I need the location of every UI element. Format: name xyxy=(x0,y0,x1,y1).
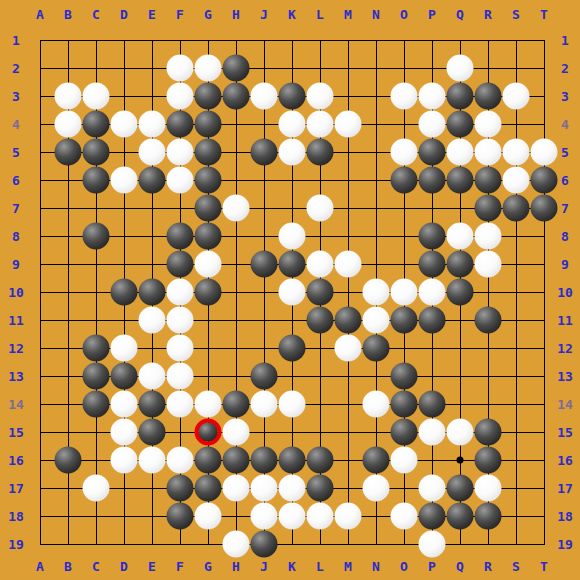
stone-white-N14 xyxy=(363,391,390,418)
row-label-left-12: 12 xyxy=(8,341,24,356)
row-label-right-16: 16 xyxy=(557,453,573,468)
row-label-right-12: 12 xyxy=(557,341,573,356)
col-label-bottom-F: F xyxy=(176,559,184,574)
stone-white-F3 xyxy=(167,83,194,110)
col-label-bottom-N: N xyxy=(372,559,380,574)
stone-black-G17 xyxy=(195,475,222,502)
stone-black-J13 xyxy=(251,363,278,390)
col-label-bottom-T: T xyxy=(540,559,548,574)
row-label-left-2: 2 xyxy=(12,61,20,76)
stone-black-T7 xyxy=(531,195,558,222)
stone-white-L4 xyxy=(307,111,334,138)
stone-black-L16 xyxy=(307,447,334,474)
stone-white-H15 xyxy=(223,419,250,446)
stone-black-B16 xyxy=(55,447,82,474)
stone-black-G10 xyxy=(195,279,222,306)
stone-white-S6 xyxy=(503,167,530,194)
stone-black-Q6 xyxy=(447,167,474,194)
row-label-left-16: 16 xyxy=(8,453,24,468)
stone-white-F10 xyxy=(167,279,194,306)
col-label-top-J: J xyxy=(260,7,268,22)
stone-white-D4 xyxy=(111,111,138,138)
stone-black-C12 xyxy=(83,335,110,362)
grid-line-horizontal xyxy=(40,320,545,321)
stone-black-O6 xyxy=(391,167,418,194)
stone-white-M12 xyxy=(335,335,362,362)
col-label-top-N: N xyxy=(372,7,380,22)
grid-line-vertical xyxy=(516,40,517,545)
row-label-left-17: 17 xyxy=(8,481,24,496)
stone-black-J5 xyxy=(251,139,278,166)
stone-black-F17 xyxy=(167,475,194,502)
col-label-top-G: G xyxy=(204,7,212,22)
stone-white-D6 xyxy=(111,167,138,194)
stone-black-H2 xyxy=(223,55,250,82)
stone-black-E6 xyxy=(139,167,166,194)
row-label-left-3: 3 xyxy=(12,89,20,104)
stone-black-Q4 xyxy=(447,111,474,138)
stone-white-R5 xyxy=(475,139,502,166)
row-label-left-9: 9 xyxy=(12,257,20,272)
stone-white-O5 xyxy=(391,139,418,166)
stone-black-H3 xyxy=(223,83,250,110)
stone-black-C5 xyxy=(83,139,110,166)
row-label-left-15: 15 xyxy=(8,425,24,440)
stone-black-M11 xyxy=(335,307,362,334)
stone-white-K10 xyxy=(279,279,306,306)
row-label-left-8: 8 xyxy=(12,229,20,244)
stone-black-D13 xyxy=(111,363,138,390)
stone-white-H17 xyxy=(223,475,250,502)
stone-white-R9 xyxy=(475,251,502,278)
stone-black-G16 xyxy=(195,447,222,474)
stone-white-F6 xyxy=(167,167,194,194)
row-label-right-5: 5 xyxy=(561,145,569,160)
stone-white-G14 xyxy=(195,391,222,418)
stone-white-D14 xyxy=(111,391,138,418)
stone-black-G4 xyxy=(195,111,222,138)
stone-black-G8 xyxy=(195,223,222,250)
col-label-top-Q: Q xyxy=(456,7,464,22)
col-label-bottom-D: D xyxy=(120,559,128,574)
row-label-left-4: 4 xyxy=(12,117,20,132)
row-label-left-1: 1 xyxy=(12,33,20,48)
stone-white-R4 xyxy=(475,111,502,138)
stone-black-B5 xyxy=(55,139,82,166)
stone-black-F9 xyxy=(167,251,194,278)
stone-black-R6 xyxy=(475,167,502,194)
stone-white-E4 xyxy=(139,111,166,138)
stone-white-J3 xyxy=(251,83,278,110)
stone-white-O18 xyxy=(391,503,418,530)
stone-white-K18 xyxy=(279,503,306,530)
stone-white-S3 xyxy=(503,83,530,110)
stone-white-M9 xyxy=(335,251,362,278)
stone-white-F11 xyxy=(167,307,194,334)
stone-black-G3 xyxy=(195,83,222,110)
col-label-top-T: T xyxy=(540,7,548,22)
grid-line-horizontal xyxy=(40,544,545,545)
stone-white-P17 xyxy=(419,475,446,502)
col-label-top-A: A xyxy=(36,7,44,22)
stone-black-C13 xyxy=(83,363,110,390)
stone-black-P6 xyxy=(419,167,446,194)
row-label-left-10: 10 xyxy=(8,285,24,300)
row-label-left-18: 18 xyxy=(8,509,24,524)
stone-black-Q9 xyxy=(447,251,474,278)
stone-black-R15 xyxy=(475,419,502,446)
stone-black-F18 xyxy=(167,503,194,530)
stone-black-Q10 xyxy=(447,279,474,306)
stone-black-F8 xyxy=(167,223,194,250)
stone-black-E10 xyxy=(139,279,166,306)
row-label-left-6: 6 xyxy=(12,173,20,188)
stone-white-P19 xyxy=(419,531,446,558)
col-label-bottom-B: B xyxy=(64,559,72,574)
stone-white-Q5 xyxy=(447,139,474,166)
stone-black-J16 xyxy=(251,447,278,474)
col-label-top-O: O xyxy=(400,7,408,22)
stone-white-B4 xyxy=(55,111,82,138)
col-label-top-M: M xyxy=(344,7,352,22)
stone-white-T5 xyxy=(531,139,558,166)
stone-black-N12 xyxy=(363,335,390,362)
stone-black-L17 xyxy=(307,475,334,502)
stone-black-R7 xyxy=(475,195,502,222)
stone-white-B3 xyxy=(55,83,82,110)
stone-black-L11 xyxy=(307,307,334,334)
row-label-right-18: 18 xyxy=(557,509,573,524)
row-label-right-13: 13 xyxy=(557,369,573,384)
stone-black-O14 xyxy=(391,391,418,418)
stone-white-D16 xyxy=(111,447,138,474)
stone-white-G18 xyxy=(195,503,222,530)
stone-white-O3 xyxy=(391,83,418,110)
row-label-left-7: 7 xyxy=(12,201,20,216)
stone-white-J18 xyxy=(251,503,278,530)
stone-white-Q15 xyxy=(447,419,474,446)
stone-white-R17 xyxy=(475,475,502,502)
stone-white-M4 xyxy=(335,111,362,138)
col-label-bottom-C: C xyxy=(92,559,100,574)
col-label-bottom-K: K xyxy=(288,559,296,574)
stone-black-O11 xyxy=(391,307,418,334)
col-label-bottom-E: E xyxy=(148,559,156,574)
grid-line-vertical xyxy=(544,40,545,545)
stone-black-P14 xyxy=(419,391,446,418)
stone-black-S7 xyxy=(503,195,530,222)
stone-white-M18 xyxy=(335,503,362,530)
col-label-top-L: L xyxy=(316,7,324,22)
stone-white-C17 xyxy=(83,475,110,502)
stone-black-H16 xyxy=(223,447,250,474)
stone-black-P9 xyxy=(419,251,446,278)
col-label-top-P: P xyxy=(428,7,436,22)
stone-white-E13 xyxy=(139,363,166,390)
col-label-top-H: H xyxy=(232,7,240,22)
col-label-bottom-G: G xyxy=(204,559,212,574)
stone-white-L7 xyxy=(307,195,334,222)
stone-white-F14 xyxy=(167,391,194,418)
stone-black-N16 xyxy=(363,447,390,474)
stone-black-L10 xyxy=(307,279,334,306)
col-label-bottom-L: L xyxy=(316,559,324,574)
stone-white-J14 xyxy=(251,391,278,418)
stone-white-N10 xyxy=(363,279,390,306)
stone-black-C8 xyxy=(83,223,110,250)
stone-black-Q3 xyxy=(447,83,474,110)
stone-black-G5 xyxy=(195,139,222,166)
col-label-bottom-S: S xyxy=(512,559,520,574)
col-label-top-C: C xyxy=(92,7,100,22)
stone-black-F4 xyxy=(167,111,194,138)
row-label-right-7: 7 xyxy=(561,201,569,216)
stone-black-C14 xyxy=(83,391,110,418)
stone-black-L5 xyxy=(307,139,334,166)
stone-black-O15 xyxy=(391,419,418,446)
stone-white-K5 xyxy=(279,139,306,166)
stone-white-S5 xyxy=(503,139,530,166)
stone-white-P10 xyxy=(419,279,446,306)
stone-white-Q2 xyxy=(447,55,474,82)
col-label-top-D: D xyxy=(120,7,128,22)
col-label-bottom-R: R xyxy=(484,559,492,574)
stone-black-K16 xyxy=(279,447,306,474)
col-label-bottom-J: J xyxy=(260,559,268,574)
stone-black-J19 xyxy=(251,531,278,558)
stone-black-C6 xyxy=(83,167,110,194)
col-label-top-R: R xyxy=(484,7,492,22)
stone-white-H7 xyxy=(223,195,250,222)
col-label-top-K: K xyxy=(288,7,296,22)
col-label-bottom-P: P xyxy=(428,559,436,574)
col-label-bottom-Q: Q xyxy=(456,559,464,574)
col-label-top-S: S xyxy=(512,7,520,22)
row-label-right-6: 6 xyxy=(561,173,569,188)
row-label-right-4: 4 xyxy=(561,117,569,132)
row-label-right-15: 15 xyxy=(557,425,573,440)
stone-black-G6 xyxy=(195,167,222,194)
stone-black-C4 xyxy=(83,111,110,138)
row-label-left-19: 19 xyxy=(8,537,24,552)
stone-black-J9 xyxy=(251,251,278,278)
row-label-right-11: 11 xyxy=(557,313,573,328)
row-label-right-8: 8 xyxy=(561,229,569,244)
stone-white-K4 xyxy=(279,111,306,138)
stone-black-Q18 xyxy=(447,503,474,530)
stone-black-K12 xyxy=(279,335,306,362)
stone-white-H19 xyxy=(223,531,250,558)
stone-white-K8 xyxy=(279,223,306,250)
stone-black-K9 xyxy=(279,251,306,278)
stone-white-E16 xyxy=(139,447,166,474)
row-label-right-3: 3 xyxy=(561,89,569,104)
stone-white-R8 xyxy=(475,223,502,250)
stone-white-N11 xyxy=(363,307,390,334)
stone-black-E14 xyxy=(139,391,166,418)
stone-black-K3 xyxy=(279,83,306,110)
stone-black-T6 xyxy=(531,167,558,194)
stone-white-F5 xyxy=(167,139,194,166)
stone-black-R3 xyxy=(475,83,502,110)
col-label-bottom-O: O xyxy=(400,559,408,574)
stone-white-P3 xyxy=(419,83,446,110)
row-label-right-17: 17 xyxy=(557,481,573,496)
row-label-right-19: 19 xyxy=(557,537,573,552)
col-label-top-F: F xyxy=(176,7,184,22)
stone-black-H14 xyxy=(223,391,250,418)
stone-white-Q8 xyxy=(447,223,474,250)
row-label-right-14: 14 xyxy=(557,397,573,412)
row-label-left-14: 14 xyxy=(8,397,24,412)
stone-black-R16 xyxy=(475,447,502,474)
stone-white-F13 xyxy=(167,363,194,390)
stone-white-D15 xyxy=(111,419,138,446)
stone-white-G9 xyxy=(195,251,222,278)
stone-white-P15 xyxy=(419,419,446,446)
col-label-bottom-H: H xyxy=(232,559,240,574)
stone-white-P4 xyxy=(419,111,446,138)
row-label-right-10: 10 xyxy=(557,285,573,300)
stone-white-F12 xyxy=(167,335,194,362)
stone-white-O16 xyxy=(391,447,418,474)
stone-white-F16 xyxy=(167,447,194,474)
stone-black-O13 xyxy=(391,363,418,390)
stone-white-E5 xyxy=(139,139,166,166)
stone-white-J17 xyxy=(251,475,278,502)
stone-white-F2 xyxy=(167,55,194,82)
row-label-right-2: 2 xyxy=(561,61,569,76)
stone-white-O10 xyxy=(391,279,418,306)
stone-black-R18 xyxy=(475,503,502,530)
row-label-left-11: 11 xyxy=(8,313,24,328)
stone-black-P8 xyxy=(419,223,446,250)
stone-white-L3 xyxy=(307,83,334,110)
col-label-bottom-A: A xyxy=(36,559,44,574)
stone-white-L9 xyxy=(307,251,334,278)
stone-white-L18 xyxy=(307,503,334,530)
stone-black-P5 xyxy=(419,139,446,166)
stone-black-R11 xyxy=(475,307,502,334)
hoshi-point-Q16 xyxy=(457,457,464,464)
stone-white-E11 xyxy=(139,307,166,334)
row-label-right-1: 1 xyxy=(561,33,569,48)
stone-white-N17 xyxy=(363,475,390,502)
stone-black-P11 xyxy=(419,307,446,334)
stone-white-C3 xyxy=(83,83,110,110)
col-label-top-E: E xyxy=(148,7,156,22)
stone-black-D10 xyxy=(111,279,138,306)
stone-black-G15-last-move-marker xyxy=(195,419,222,446)
row-label-left-13: 13 xyxy=(8,369,24,384)
stone-white-G2 xyxy=(195,55,222,82)
row-label-left-5: 5 xyxy=(12,145,20,160)
stone-white-D12 xyxy=(111,335,138,362)
go-board-screen: ABCDEFGHJKLMNOPQRST ABCDEFGHJKLMNOPQRST … xyxy=(0,0,580,580)
stone-white-K17 xyxy=(279,475,306,502)
col-label-bottom-M: M xyxy=(344,559,352,574)
stone-black-Q17 xyxy=(447,475,474,502)
row-label-right-9: 9 xyxy=(561,257,569,272)
stone-black-E15 xyxy=(139,419,166,446)
stone-white-K14 xyxy=(279,391,306,418)
stone-black-G7 xyxy=(195,195,222,222)
col-label-top-B: B xyxy=(64,7,72,22)
stone-black-P18 xyxy=(419,503,446,530)
